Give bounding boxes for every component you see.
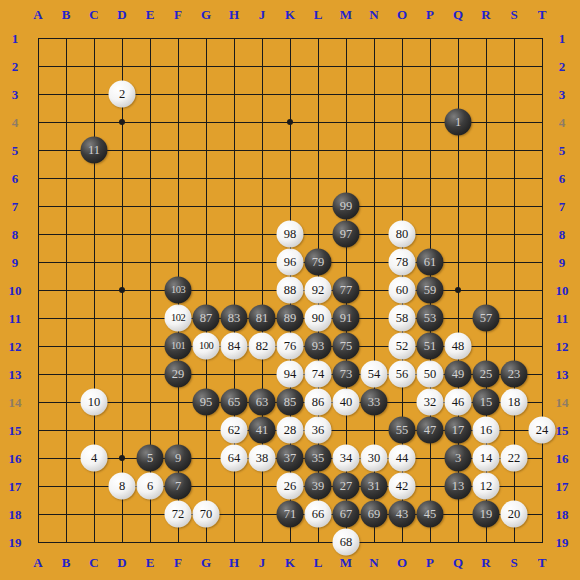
stone-F12[interactable]: 101: [165, 333, 192, 360]
coord-label-left: 12: [9, 340, 22, 353]
move-number: 65: [228, 396, 241, 409]
stone-L11[interactable]: 90: [305, 305, 332, 332]
coord-label-top: F: [174, 8, 182, 21]
coord-label-top: B: [62, 8, 71, 21]
coord-label-bottom: B: [62, 556, 71, 569]
coord-label-top: J: [259, 8, 266, 21]
stone-M12[interactable]: 75: [333, 333, 360, 360]
stone-O10[interactable]: 60: [389, 277, 416, 304]
stone-M16[interactable]: 34: [333, 445, 360, 472]
stone-L15[interactable]: 36: [305, 417, 332, 444]
move-number: 75: [340, 340, 353, 353]
stone-F18[interactable]: 72: [165, 501, 192, 528]
move-number: 57: [480, 312, 493, 325]
stone-K16[interactable]: 37: [277, 445, 304, 472]
coord-label-bottom: E: [146, 556, 155, 569]
move-number: 45: [424, 508, 437, 521]
move-number: 76: [284, 340, 297, 353]
stone-N14[interactable]: 33: [361, 389, 388, 416]
coord-label-right: 18: [556, 508, 569, 521]
stone-Q4[interactable]: 1: [445, 109, 472, 136]
move-number: 16: [480, 424, 493, 437]
move-number: 102: [171, 313, 185, 324]
stone-P18[interactable]: 45: [417, 501, 444, 528]
move-number: 29: [172, 368, 185, 381]
move-number: 70: [200, 508, 213, 521]
move-number: 44: [396, 452, 409, 465]
move-number: 11: [88, 144, 100, 157]
coord-label-top: S: [510, 8, 517, 21]
coord-label-bottom: G: [201, 556, 211, 569]
stone-K11[interactable]: 89: [277, 305, 304, 332]
move-number: 67: [340, 508, 353, 521]
coord-label-right: 2: [559, 60, 566, 73]
move-number: 6: [147, 480, 153, 493]
stone-M14[interactable]: 40: [333, 389, 360, 416]
move-number: 28: [284, 424, 297, 437]
stone-P9[interactable]: 61: [417, 249, 444, 276]
stone-E17[interactable]: 6: [137, 473, 164, 500]
move-number: 48: [452, 340, 465, 353]
coord-label-bottom: T: [538, 556, 547, 569]
move-number: 93: [312, 340, 325, 353]
move-number: 72: [172, 508, 185, 521]
stone-F11[interactable]: 102: [165, 305, 192, 332]
move-number: 99: [340, 200, 353, 213]
coord-label-bottom: R: [481, 556, 490, 569]
coord-label-right: 19: [556, 536, 569, 549]
move-number: 62: [228, 424, 241, 437]
move-number: 103: [171, 285, 185, 296]
move-number: 78: [396, 256, 409, 269]
coord-label-top: Q: [453, 8, 463, 21]
move-number: 91: [340, 312, 353, 325]
coord-label-bottom: D: [117, 556, 126, 569]
stone-D17[interactable]: 8: [109, 473, 136, 500]
move-number: 68: [340, 536, 353, 549]
stone-Q15[interactable]: 17: [445, 417, 472, 444]
coord-label-bottom: M: [340, 556, 352, 569]
move-number: 94: [284, 368, 297, 381]
move-number: 13: [452, 480, 465, 493]
move-number: 81: [256, 312, 269, 325]
move-number: 96: [284, 256, 297, 269]
coord-label-right: 1: [559, 32, 566, 45]
stone-M13[interactable]: 73: [333, 361, 360, 388]
coord-label-bottom: L: [314, 556, 323, 569]
move-number: 30: [368, 452, 381, 465]
coord-label-top: M: [340, 8, 352, 21]
coord-label-bottom: Q: [453, 556, 463, 569]
move-number: 24: [536, 424, 549, 437]
coord-label-left: 18: [9, 508, 22, 521]
coord-label-bottom: F: [174, 556, 182, 569]
coord-label-left: 2: [12, 60, 19, 73]
move-number: 60: [396, 284, 409, 297]
stone-E16[interactable]: 5: [137, 445, 164, 472]
move-number: 100: [199, 341, 213, 352]
stone-L18[interactable]: 66: [305, 501, 332, 528]
coord-label-top: R: [481, 8, 490, 21]
stone-R16[interactable]: 14: [473, 445, 500, 472]
coord-label-bottom: O: [397, 556, 407, 569]
coord-label-left: 11: [9, 312, 21, 325]
coord-label-top: P: [426, 8, 434, 21]
coord-label-left: 13: [9, 368, 22, 381]
move-number: 52: [396, 340, 409, 353]
go-board[interactable]: AABBCCDDEEFFGGHHJJKKLLMMNNOOPPQQRRSSTT11…: [0, 0, 580, 580]
stone-O12[interactable]: 52: [389, 333, 416, 360]
move-number: 101: [171, 341, 185, 352]
move-number: 49: [452, 368, 465, 381]
coord-label-right: 12: [556, 340, 569, 353]
move-number: 1: [455, 116, 461, 129]
stone-C5[interactable]: 11: [81, 137, 108, 164]
stone-G18[interactable]: 70: [193, 501, 220, 528]
stone-R17[interactable]: 12: [473, 473, 500, 500]
stone-P13[interactable]: 50: [417, 361, 444, 388]
stone-K8[interactable]: 98: [277, 221, 304, 248]
stone-K12[interactable]: 76: [277, 333, 304, 360]
stone-M8[interactable]: 97: [333, 221, 360, 248]
coord-label-left: 15: [9, 424, 22, 437]
stone-K10[interactable]: 88: [277, 277, 304, 304]
move-number: 87: [200, 312, 213, 325]
move-number: 63: [256, 396, 269, 409]
coord-label-right: 14: [556, 396, 569, 409]
stone-S18[interactable]: 20: [501, 501, 528, 528]
stone-H16[interactable]: 64: [221, 445, 248, 472]
stone-P11[interactable]: 53: [417, 305, 444, 332]
coord-label-bottom: S: [510, 556, 517, 569]
stone-R14[interactable]: 15: [473, 389, 500, 416]
stone-H11[interactable]: 83: [221, 305, 248, 332]
move-number: 14: [480, 452, 493, 465]
coord-label-left: 5: [12, 144, 19, 157]
move-number: 69: [368, 508, 381, 521]
move-number: 17: [452, 424, 465, 437]
move-number: 40: [340, 396, 353, 409]
coord-label-bottom: K: [285, 556, 295, 569]
move-number: 47: [424, 424, 437, 437]
stone-H14[interactable]: 65: [221, 389, 248, 416]
stone-L17[interactable]: 39: [305, 473, 332, 500]
coord-label-left: 14: [9, 396, 22, 409]
move-number: 82: [256, 340, 269, 353]
move-number: 27: [340, 480, 353, 493]
stone-Q17[interactable]: 13: [445, 473, 472, 500]
move-number: 55: [396, 424, 409, 437]
stone-F10[interactable]: 103: [165, 277, 192, 304]
move-number: 79: [312, 256, 325, 269]
stone-C14[interactable]: 10: [81, 389, 108, 416]
move-number: 12: [480, 480, 493, 493]
move-number: 3: [455, 452, 461, 465]
stone-O13[interactable]: 56: [389, 361, 416, 388]
coord-label-bottom: A: [33, 556, 42, 569]
stone-M11[interactable]: 91: [333, 305, 360, 332]
stone-P12[interactable]: 51: [417, 333, 444, 360]
move-number: 7: [175, 480, 181, 493]
star-point: [119, 455, 125, 461]
stone-F13[interactable]: 29: [165, 361, 192, 388]
move-number: 20: [508, 508, 521, 521]
move-number: 56: [396, 368, 409, 381]
stone-S16[interactable]: 22: [501, 445, 528, 472]
move-number: 46: [452, 396, 465, 409]
move-number: 73: [340, 368, 353, 381]
coord-label-right: 10: [556, 284, 569, 297]
stone-J15[interactable]: 41: [249, 417, 276, 444]
move-number: 35: [312, 452, 325, 465]
grid-line: [38, 542, 543, 543]
stone-S14[interactable]: 18: [501, 389, 528, 416]
coord-label-top: T: [538, 8, 547, 21]
coord-label-top: A: [33, 8, 42, 21]
star-point: [287, 119, 293, 125]
stone-Q16[interactable]: 3: [445, 445, 472, 472]
move-number: 88: [284, 284, 297, 297]
coord-label-left: 4: [12, 116, 19, 129]
coord-label-right: 11: [556, 312, 568, 325]
star-point: [119, 287, 125, 293]
coord-label-left: 9: [12, 256, 19, 269]
stone-P10[interactable]: 59: [417, 277, 444, 304]
coord-label-top: N: [369, 8, 378, 21]
stone-G11[interactable]: 87: [193, 305, 220, 332]
move-number: 54: [368, 368, 381, 381]
move-number: 92: [312, 284, 325, 297]
move-number: 71: [284, 508, 297, 521]
move-number: 15: [480, 396, 493, 409]
move-number: 4: [91, 452, 97, 465]
stone-O16[interactable]: 44: [389, 445, 416, 472]
stone-L13[interactable]: 74: [305, 361, 332, 388]
move-number: 2: [119, 88, 125, 101]
coord-label-left: 19: [9, 536, 22, 549]
stone-K17[interactable]: 26: [277, 473, 304, 500]
move-number: 31: [368, 480, 381, 493]
move-number: 26: [284, 480, 297, 493]
stone-K14[interactable]: 85: [277, 389, 304, 416]
coord-label-right: 16: [556, 452, 569, 465]
stone-R18[interactable]: 19: [473, 501, 500, 528]
move-number: 39: [312, 480, 325, 493]
move-number: 98: [284, 228, 297, 241]
move-number: 53: [424, 312, 437, 325]
coord-label-left: 7: [12, 200, 19, 213]
coord-label-left: 16: [9, 452, 22, 465]
move-number: 58: [396, 312, 409, 325]
stone-K18[interactable]: 71: [277, 501, 304, 528]
move-number: 5: [147, 452, 153, 465]
stone-C16[interactable]: 4: [81, 445, 108, 472]
move-number: 19: [480, 508, 493, 521]
move-number: 25: [480, 368, 493, 381]
star-point: [455, 287, 461, 293]
stone-O8[interactable]: 80: [389, 221, 416, 248]
coord-label-right: 17: [556, 480, 569, 493]
move-number: 32: [424, 396, 437, 409]
move-number: 84: [228, 340, 241, 353]
move-number: 9: [175, 452, 181, 465]
stone-M17[interactable]: 27: [333, 473, 360, 500]
coord-label-right: 5: [559, 144, 566, 157]
stone-M18[interactable]: 67: [333, 501, 360, 528]
stone-N13[interactable]: 54: [361, 361, 388, 388]
stone-L9[interactable]: 79: [305, 249, 332, 276]
move-number: 10: [88, 396, 101, 409]
stone-R13[interactable]: 25: [473, 361, 500, 388]
coord-label-bottom: H: [229, 556, 239, 569]
coord-label-left: 17: [9, 480, 22, 493]
stone-F16[interactable]: 9: [165, 445, 192, 472]
move-number: 80: [396, 228, 409, 241]
stone-O18[interactable]: 43: [389, 501, 416, 528]
coord-label-bottom: J: [259, 556, 266, 569]
stone-O11[interactable]: 58: [389, 305, 416, 332]
stone-T15[interactable]: 24: [529, 417, 556, 444]
stone-G14[interactable]: 95: [193, 389, 220, 416]
stone-J16[interactable]: 38: [249, 445, 276, 472]
move-number: 83: [228, 312, 241, 325]
coord-label-right: 9: [559, 256, 566, 269]
stone-M7[interactable]: 99: [333, 193, 360, 220]
move-number: 59: [424, 284, 437, 297]
move-number: 38: [256, 452, 269, 465]
stone-H12[interactable]: 84: [221, 333, 248, 360]
stone-N16[interactable]: 30: [361, 445, 388, 472]
move-number: 51: [424, 340, 437, 353]
stone-O9[interactable]: 78: [389, 249, 416, 276]
coord-label-top: H: [229, 8, 239, 21]
stone-O15[interactable]: 55: [389, 417, 416, 444]
stone-R15[interactable]: 16: [473, 417, 500, 444]
stone-F17[interactable]: 7: [165, 473, 192, 500]
move-number: 61: [424, 256, 437, 269]
stone-L14[interactable]: 86: [305, 389, 332, 416]
stone-M10[interactable]: 77: [333, 277, 360, 304]
coord-label-bottom: P: [426, 556, 434, 569]
stone-Q13[interactable]: 49: [445, 361, 472, 388]
stone-K13[interactable]: 94: [277, 361, 304, 388]
coord-label-left: 3: [12, 88, 19, 101]
stone-N17[interactable]: 31: [361, 473, 388, 500]
move-number: 37: [284, 452, 297, 465]
coord-label-bottom: N: [369, 556, 378, 569]
move-number: 50: [424, 368, 437, 381]
move-number: 8: [119, 480, 125, 493]
coord-label-right: 3: [559, 88, 566, 101]
stone-J11[interactable]: 81: [249, 305, 276, 332]
stone-K15[interactable]: 28: [277, 417, 304, 444]
stone-Q12[interactable]: 48: [445, 333, 472, 360]
move-number: 64: [228, 452, 241, 465]
move-number: 66: [312, 508, 325, 521]
move-number: 89: [284, 312, 297, 325]
move-number: 85: [284, 396, 297, 409]
stone-L16[interactable]: 35: [305, 445, 332, 472]
move-number: 23: [508, 368, 521, 381]
move-number: 41: [256, 424, 269, 437]
coord-label-right: 7: [559, 200, 566, 213]
move-number: 33: [368, 396, 381, 409]
coord-label-top: K: [285, 8, 295, 21]
stone-N18[interactable]: 69: [361, 501, 388, 528]
stone-K9[interactable]: 96: [277, 249, 304, 276]
move-number: 97: [340, 228, 353, 241]
stone-G12[interactable]: 100: [193, 333, 220, 360]
stone-P15[interactable]: 47: [417, 417, 444, 444]
coord-label-left: 1: [12, 32, 19, 45]
stone-M19[interactable]: 68: [333, 529, 360, 556]
move-number: 42: [396, 480, 409, 493]
coord-label-right: 4: [559, 116, 566, 129]
move-number: 34: [340, 452, 353, 465]
stone-O17[interactable]: 42: [389, 473, 416, 500]
coord-label-right: 13: [556, 368, 569, 381]
stone-J14[interactable]: 63: [249, 389, 276, 416]
stone-L12[interactable]: 93: [305, 333, 332, 360]
move-number: 74: [312, 368, 325, 381]
stone-J12[interactable]: 82: [249, 333, 276, 360]
coord-label-left: 10: [9, 284, 22, 297]
move-number: 90: [312, 312, 325, 325]
move-number: 18: [508, 396, 521, 409]
stone-S13[interactable]: 23: [501, 361, 528, 388]
coord-label-top: E: [146, 8, 155, 21]
move-number: 95: [200, 396, 213, 409]
stone-L10[interactable]: 92: [305, 277, 332, 304]
coord-label-top: O: [397, 8, 407, 21]
stone-D3[interactable]: 2: [109, 81, 136, 108]
stone-P14[interactable]: 32: [417, 389, 444, 416]
move-number: 43: [396, 508, 409, 521]
stone-H15[interactable]: 62: [221, 417, 248, 444]
coord-label-left: 8: [12, 228, 19, 241]
move-number: 86: [312, 396, 325, 409]
coord-label-top: D: [117, 8, 126, 21]
coord-label-bottom: C: [89, 556, 98, 569]
coord-label-top: G: [201, 8, 211, 21]
stone-R11[interactable]: 57: [473, 305, 500, 332]
stone-Q14[interactable]: 46: [445, 389, 472, 416]
coord-label-top: C: [89, 8, 98, 21]
move-number: 22: [508, 452, 521, 465]
move-number: 36: [312, 424, 325, 437]
coord-label-left: 6: [12, 172, 19, 185]
grid-line: [542, 38, 543, 543]
move-number: 77: [340, 284, 353, 297]
coord-label-top: L: [314, 8, 323, 21]
star-point: [119, 119, 125, 125]
coord-label-right: 15: [556, 424, 569, 437]
coord-label-right: 6: [559, 172, 566, 185]
coord-label-right: 8: [559, 228, 566, 241]
